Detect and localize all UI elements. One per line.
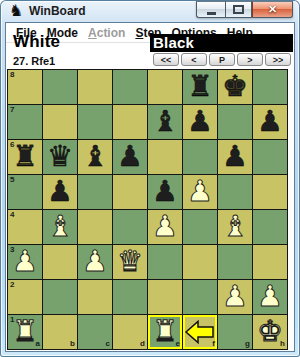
square-c4[interactable] <box>78 210 112 244</box>
file-label-d: d <box>140 340 145 348</box>
square-h1[interactable]: ♚h <box>253 315 287 349</box>
square-c6[interactable]: ♝ <box>78 140 112 174</box>
square-c8[interactable] <box>78 70 112 104</box>
square-d3[interactable]: ♛ <box>113 245 147 279</box>
piece-black-bishop[interactable]: ♝ <box>78 140 112 174</box>
square-g3[interactable] <box>218 245 252 279</box>
square-e4[interactable]: ♟ <box>148 210 182 244</box>
piece-white-pawn[interactable]: ♟ <box>183 175 217 209</box>
square-a3[interactable]: ♟3 <box>8 245 42 279</box>
file-label-g: g <box>245 340 250 348</box>
file-label-a: a <box>36 340 40 348</box>
square-h8[interactable] <box>253 70 287 104</box>
piece-black-pawn[interactable]: ♟ <box>148 175 182 209</box>
nav-forward-button[interactable]: > <box>237 53 263 66</box>
nav-fast-forward-button[interactable]: >> <box>265 53 291 66</box>
square-e8[interactable] <box>148 70 182 104</box>
move-arrow-icon <box>183 315 217 349</box>
square-d7[interactable] <box>113 105 147 139</box>
square-f2[interactable] <box>183 280 217 314</box>
square-c1[interactable]: c <box>78 315 112 349</box>
nav-rewind-button[interactable]: << <box>153 53 179 66</box>
close-icon: ✕ <box>268 2 277 17</box>
square-h6[interactable] <box>253 140 287 174</box>
piece-black-pawn[interactable]: ♟ <box>253 105 287 139</box>
piece-white-bishop[interactable]: ♝ <box>43 210 77 244</box>
piece-black-pawn[interactable]: ♟ <box>183 105 217 139</box>
white-player-label: White <box>13 32 60 52</box>
close-button[interactable]: ✕ <box>252 1 293 18</box>
piece-white-pawn[interactable]: ♟ <box>253 280 287 314</box>
nav-pause-button[interactable]: P <box>209 53 235 66</box>
file-label-h: h <box>280 340 285 348</box>
square-h3[interactable] <box>253 245 287 279</box>
square-e1[interactable]: ♜e <box>148 315 182 349</box>
nav-buttons: << < P > >> <box>153 53 291 66</box>
piece-white-pawn[interactable]: ♟ <box>78 245 112 279</box>
square-a1[interactable]: ♜1a <box>8 315 42 349</box>
nav-back-button[interactable]: < <box>181 53 207 66</box>
square-d1[interactable]: d <box>113 315 147 349</box>
square-g5[interactable] <box>218 175 252 209</box>
square-a2[interactable]: 2 <box>8 280 42 314</box>
square-f7[interactable]: ♟ <box>183 105 217 139</box>
square-c2[interactable] <box>78 280 112 314</box>
rank-label-5: 5 <box>10 176 14 184</box>
rank-label-3: 3 <box>10 246 14 254</box>
square-b4[interactable]: ♝ <box>43 210 77 244</box>
rank-label-1: 1 <box>10 316 14 324</box>
square-f6[interactable] <box>183 140 217 174</box>
square-g7[interactable] <box>218 105 252 139</box>
client-area: File Mode Action Step Options Help White… <box>5 22 295 352</box>
square-f1[interactable]: f <box>183 315 217 349</box>
square-h7[interactable]: ♟ <box>253 105 287 139</box>
square-h4[interactable] <box>253 210 287 244</box>
square-a6[interactable]: ♜6 <box>8 140 42 174</box>
square-h5[interactable] <box>253 175 287 209</box>
square-b6[interactable]: ♛ <box>43 140 77 174</box>
file-label-e: e <box>176 340 180 348</box>
piece-black-rook[interactable]: ♜ <box>183 70 217 104</box>
chess-board: 8♜♚7♝♟♟♜6♛♝♟♟5♟♟♟4♝♟♝♟3♟♛2♟♟♜1abcd♜efg♚h <box>7 69 288 350</box>
rank-label-4: 4 <box>10 211 14 219</box>
piece-black-king[interactable]: ♚ <box>218 70 252 104</box>
file-label-b: b <box>70 340 75 348</box>
maximize-icon <box>233 5 244 14</box>
piece-black-pawn[interactable]: ♟ <box>218 140 252 174</box>
square-f4[interactable] <box>183 210 217 244</box>
winboard-window: ♞ WinBoard ✕ File Mode Action Step Optio… <box>0 0 300 357</box>
piece-black-pawn[interactable]: ♟ <box>43 175 77 209</box>
square-g8[interactable]: ♚ <box>218 70 252 104</box>
square-g1[interactable]: g <box>218 315 252 349</box>
square-d2[interactable] <box>113 280 147 314</box>
piece-black-bishop[interactable]: ♝ <box>148 105 182 139</box>
window-title: WinBoard <box>29 4 86 18</box>
title-bar[interactable]: ♞ WinBoard ✕ <box>0 0 300 22</box>
piece-white-pawn[interactable]: ♟ <box>148 210 182 244</box>
rank-label-2: 2 <box>10 281 14 289</box>
square-b3[interactable] <box>43 245 77 279</box>
square-g2[interactable]: ♟ <box>218 280 252 314</box>
piece-white-bishop[interactable]: ♝ <box>218 210 252 244</box>
rank-label-7: 7 <box>10 106 14 114</box>
move-indicator: 27. Rfe1 <box>13 55 55 67</box>
square-b2[interactable] <box>43 280 77 314</box>
square-b5[interactable]: ♟ <box>43 175 77 209</box>
square-g6[interactable]: ♟ <box>218 140 252 174</box>
square-c7[interactable] <box>78 105 112 139</box>
square-b1[interactable]: b <box>43 315 77 349</box>
square-e5[interactable]: ♟ <box>148 175 182 209</box>
square-e6[interactable] <box>148 140 182 174</box>
app-icon-knight: ♞ <box>9 2 23 20</box>
square-h2[interactable]: ♟ <box>253 280 287 314</box>
square-d4[interactable] <box>113 210 147 244</box>
square-a8[interactable]: 8 <box>8 70 42 104</box>
square-b8[interactable] <box>43 70 77 104</box>
square-a7[interactable]: 7 <box>8 105 42 139</box>
minimize-button[interactable] <box>196 1 225 18</box>
square-d6[interactable]: ♟ <box>113 140 147 174</box>
file-label-c: c <box>106 340 110 348</box>
square-f5[interactable]: ♟ <box>183 175 217 209</box>
square-e3[interactable] <box>148 245 182 279</box>
square-b7[interactable] <box>43 105 77 139</box>
square-e7[interactable]: ♝ <box>148 105 182 139</box>
piece-black-pawn[interactable]: ♟ <box>113 140 147 174</box>
rank-label-6: 6 <box>10 141 14 149</box>
square-d8[interactable] <box>113 70 147 104</box>
square-f3[interactable] <box>183 245 217 279</box>
window-controls: ✕ <box>196 1 293 18</box>
maximize-button[interactable] <box>225 1 252 18</box>
square-d5[interactable] <box>113 175 147 209</box>
square-e2[interactable] <box>148 280 182 314</box>
black-player-label: Black <box>150 34 293 52</box>
square-c3[interactable]: ♟ <box>78 245 112 279</box>
piece-white-queen[interactable]: ♛ <box>113 245 147 279</box>
square-a4[interactable]: 4 <box>8 210 42 244</box>
square-c5[interactable] <box>78 175 112 209</box>
piece-white-pawn[interactable]: ♟ <box>218 280 252 314</box>
square-f8[interactable]: ♜ <box>183 70 217 104</box>
square-g4[interactable]: ♝ <box>218 210 252 244</box>
minimize-icon <box>207 12 216 15</box>
menu-action: Action <box>83 26 130 40</box>
rank-label-8: 8 <box>10 71 14 79</box>
piece-black-queen[interactable]: ♛ <box>43 140 77 174</box>
square-a5[interactable]: 5 <box>8 175 42 209</box>
